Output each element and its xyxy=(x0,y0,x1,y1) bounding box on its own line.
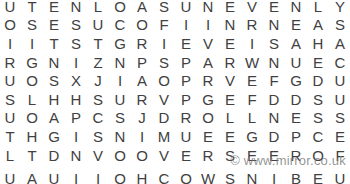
grid-cell-r6c16: U xyxy=(329,90,350,109)
grid-cell-r3c14: A xyxy=(285,34,307,53)
grid-cell-r9c14: R xyxy=(285,146,307,165)
grid-cell-r5c3: S xyxy=(43,71,65,90)
grid-cell-r8c2: H xyxy=(21,127,43,146)
grid-cell-r1c9: U xyxy=(175,0,197,16)
grid-cell-r10c8: C xyxy=(153,169,175,184)
grid-cell-r10c6: O xyxy=(109,169,131,184)
grid-cell-r9c9: E xyxy=(175,146,197,165)
grid-cell-r6c6: U xyxy=(109,90,131,109)
grid-cell-r3c15: H xyxy=(307,34,329,53)
grid-cell-r5c10: R xyxy=(197,71,219,90)
grid-cell-r9c8: V xyxy=(153,146,175,165)
grid-cell-r10c12: N xyxy=(241,169,263,184)
grid-cell-r2c16: S xyxy=(329,16,350,35)
grid-cell-r5c4: X xyxy=(65,71,87,90)
grid-cell-r3c2: I xyxy=(21,34,43,53)
grid-cell-r7c14: E xyxy=(285,109,307,128)
grid-cell-r6c7: R xyxy=(131,90,153,109)
grid-cell-r8c15: C xyxy=(307,127,329,146)
grid-cell-r10c3: U xyxy=(43,169,65,184)
grid-cell-r3c3: T xyxy=(43,34,65,53)
grid-cell-r7c12: L xyxy=(241,109,263,128)
grid-cell-r2c11: N xyxy=(219,16,241,35)
grid-cell-r9c6: O xyxy=(109,146,131,165)
grid-cell-r1c15: L xyxy=(307,0,329,16)
grid-cell-r3c12: I xyxy=(241,34,263,53)
grid-cell-r3c4: S xyxy=(65,34,87,53)
grid-cell-r8c11: E xyxy=(219,127,241,146)
grid-cell-r7c15: S xyxy=(307,109,329,128)
grid-cell-r8c5: S xyxy=(87,127,109,146)
grid-cell-r9c3: D xyxy=(43,146,65,165)
grid-cell-r4c8: S xyxy=(153,53,175,72)
grid-cell-r5c9: P xyxy=(175,71,197,90)
grid-cell-r10c5: I xyxy=(87,169,109,184)
grid-cell-r9c2: T xyxy=(21,146,43,165)
grid-cell-r10c1: U xyxy=(0,169,21,184)
grid-cell-r6c12: F xyxy=(241,90,263,109)
grid-cell-r4c3: N xyxy=(43,53,65,72)
grid-cell-r7c13: N xyxy=(263,109,285,128)
grid-cell-r9c16: F xyxy=(329,146,350,165)
grid-cell-r1c12: V xyxy=(241,0,263,16)
grid-cell-r5c14: G xyxy=(285,71,307,90)
grid-cell-r5c16: U xyxy=(329,71,350,90)
grid-cell-r2c13: N xyxy=(263,16,285,35)
grid-cell-r1c2: T xyxy=(21,0,43,16)
grid-cell-r4c5: Z xyxy=(87,53,109,72)
grid-cell-r10c9: O xyxy=(175,169,197,184)
grid-cell-r6c11: E xyxy=(219,90,241,109)
grid-cell-r5c2: O xyxy=(21,71,43,90)
grid-cell-r1c4: N xyxy=(65,0,87,16)
grid-cell-r4c14: U xyxy=(285,53,307,72)
grid-cell-r6c3: H xyxy=(43,90,65,109)
grid-cell-r9c11: S xyxy=(219,146,241,165)
grid-cell-r1c13: E xyxy=(263,0,285,16)
grid-cell-r6c15: S xyxy=(307,90,329,109)
grid-cell-r5c13: F xyxy=(263,71,285,90)
grid-cell-r10c16: U xyxy=(329,169,350,184)
grid-cell-r7c6: S xyxy=(109,109,131,128)
grid-cell-r6c14: D xyxy=(285,90,307,109)
grid-cell-r8c12: G xyxy=(241,127,263,146)
grid-cell-r10c4: I xyxy=(65,169,87,184)
grid-cell-r6c5: S xyxy=(87,90,109,109)
grid-cell-r9c10: R xyxy=(197,146,219,165)
grid-cell-r7c8: D xyxy=(153,109,175,128)
grid-cell-r4c12: W xyxy=(241,53,263,72)
grid-cell-r5c12: E xyxy=(241,71,263,90)
grid-cell-r3c9: E xyxy=(175,34,197,53)
grid-cell-r1c8: S xyxy=(153,0,175,16)
grid-cell-r10c10: W xyxy=(197,169,219,184)
grid-cell-r7c2: O xyxy=(21,109,43,128)
grid-cell-r9c15: O xyxy=(307,146,329,165)
grid-cell-r8c16: E xyxy=(329,127,350,146)
grid-cell-r2c3: E xyxy=(43,16,65,35)
grid-cell-r2c1: O xyxy=(0,16,21,35)
grid-cell-r10c2: A xyxy=(21,169,43,184)
grid-cell-r9c7: O xyxy=(131,146,153,165)
grid-cell-r9c1: L xyxy=(0,146,21,165)
grid-cell-r2c8: F xyxy=(153,16,175,35)
grid-cell-r3c11: E xyxy=(219,34,241,53)
grid-cell-r4c15: E xyxy=(307,53,329,72)
grid-cell-r7c9: R xyxy=(175,109,197,128)
grid-cell-r7c16: S xyxy=(329,109,350,128)
grid-cell-r3c8: I xyxy=(153,34,175,53)
grid-cell-r3c7: R xyxy=(131,34,153,53)
grid-cell-r2c15: A xyxy=(307,16,329,35)
grid-cell-r7c7: J xyxy=(131,109,153,128)
grid-cell-r4c1: R xyxy=(0,53,21,72)
grid-cell-r8c14: P xyxy=(285,127,307,146)
grid-cell-r4c9: P xyxy=(175,53,197,72)
grid-cell-r4c7: P xyxy=(131,53,153,72)
grid-cell-r8c13: D xyxy=(263,127,285,146)
grid-cell-r2c4: S xyxy=(65,16,87,35)
grid-cell-r8c6: N xyxy=(109,127,131,146)
grid-cell-r6c8: V xyxy=(153,90,175,109)
grid-cell-r5c8: O xyxy=(153,71,175,90)
grid-cell-r8c1: T xyxy=(0,127,21,146)
grid-cell-r4c16: C xyxy=(329,53,350,72)
grid-cell-r10c11: S xyxy=(219,169,241,184)
grid-cell-r2c12: R xyxy=(241,16,263,35)
grid-cell-r3c10: V xyxy=(197,34,219,53)
grid-cell-r5c15: D xyxy=(307,71,329,90)
grid-cell-r6c9: P xyxy=(175,90,197,109)
grid-cell-r9c13: E xyxy=(263,146,285,165)
grid-cell-r9c4: N xyxy=(65,146,87,165)
grid-cell-r6c10: G xyxy=(197,90,219,109)
grid-cell-r5c7: A xyxy=(131,71,153,90)
grid-cell-r8c3: G xyxy=(43,127,65,146)
grid-cell-r2c6: C xyxy=(109,16,131,35)
grid-cell-r8c10: E xyxy=(197,127,219,146)
grid-cell-r5c1: U xyxy=(0,71,21,90)
grid-cell-r10c7: H xyxy=(131,169,153,184)
grid-cell-r2c10: I xyxy=(197,16,219,35)
grid-cell-r1c14: N xyxy=(285,0,307,16)
grid-cell-r6c2: L xyxy=(21,90,43,109)
grid-cell-r6c13: D xyxy=(263,90,285,109)
grid-cell-r2c5: U xyxy=(87,16,109,35)
grid-cell-r1c3: E xyxy=(43,0,65,16)
grid-cell-r10c13: I xyxy=(263,169,285,184)
grid-cell-r1c1: U xyxy=(0,0,21,16)
grid-cell-r10c15: E xyxy=(307,169,329,184)
grid-cell-r7c5: C xyxy=(87,109,109,128)
grid-cell-r3c5: T xyxy=(87,34,109,53)
grid-cell-r7c1: U xyxy=(0,109,21,128)
grid-cell-r5c6: I xyxy=(109,71,131,90)
grid-cell-r6c1: S xyxy=(0,90,21,109)
grid-cell-r1c7: A xyxy=(131,0,153,16)
word-search-grid: UTENLOASUNEVENLYOSESUCOFIINRNEASIITSTGRI… xyxy=(0,0,350,184)
grid-cell-r3c16: A xyxy=(329,34,350,53)
grid-cell-r4c10: A xyxy=(197,53,219,72)
grid-cell-r4c6: N xyxy=(109,53,131,72)
grid-cell-r4c2: G xyxy=(21,53,43,72)
grid-cell-r5c11: V xyxy=(219,71,241,90)
grid-cell-r7c11: L xyxy=(219,109,241,128)
grid-cell-r5c5: J xyxy=(87,71,109,90)
grid-cell-r1c10: N xyxy=(197,0,219,16)
grid-cell-r4c4: I xyxy=(65,53,87,72)
grid-cell-r1c6: O xyxy=(109,0,131,16)
grid-cell-r3c13: S xyxy=(263,34,285,53)
word-search-screenshot: UTENLOASUNEVENLYOSESUCOFIINRNEASIITSTGRI… xyxy=(0,0,350,184)
grid-cell-r2c14: E xyxy=(285,16,307,35)
grid-cell-r6c4: H xyxy=(65,90,87,109)
grid-cell-r8c4: I xyxy=(65,127,87,146)
grid-cell-r9c12: E xyxy=(241,146,263,165)
grid-cell-r9c5: V xyxy=(87,146,109,165)
grid-cell-r2c7: O xyxy=(131,16,153,35)
grid-cell-r1c11: E xyxy=(219,0,241,16)
grid-cell-r8c8: M xyxy=(153,127,175,146)
grid-cell-r2c9: I xyxy=(175,16,197,35)
grid-cell-r1c16: Y xyxy=(329,0,350,16)
grid-cell-r3c1: I xyxy=(0,34,21,53)
grid-cell-r2c2: S xyxy=(21,16,43,35)
grid-cell-r3c6: G xyxy=(109,34,131,53)
grid-cell-r10c14: B xyxy=(285,169,307,184)
grid-cell-r7c3: A xyxy=(43,109,65,128)
grid-cell-r7c4: P xyxy=(65,109,87,128)
grid-cell-r7c10: O xyxy=(197,109,219,128)
grid-cell-r8c9: U xyxy=(175,127,197,146)
grid-cell-r4c13: N xyxy=(263,53,285,72)
grid-cell-r4c11: R xyxy=(219,53,241,72)
grid-cell-r1c5: L xyxy=(87,0,109,16)
grid-cell-r8c7: I xyxy=(131,127,153,146)
